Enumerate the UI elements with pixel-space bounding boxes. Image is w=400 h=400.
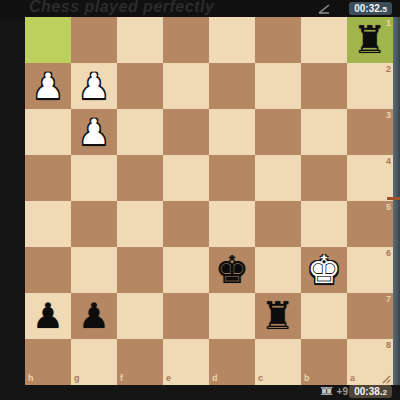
square-a7[interactable]: 7 — [347, 293, 393, 339]
square-c2[interactable] — [255, 63, 301, 109]
square-h5[interactable] — [25, 201, 71, 247]
file-label-b: b — [304, 374, 310, 383]
side-strip — [393, 17, 400, 385]
square-h6[interactable] — [25, 247, 71, 293]
white-clock: 00:32.5 — [349, 2, 392, 15]
square-g2[interactable]: ♟ — [71, 63, 117, 109]
square-b5[interactable] — [301, 201, 347, 247]
file-label-a: a — [350, 374, 355, 383]
square-g1[interactable] — [71, 17, 117, 63]
square-f8[interactable]: f — [117, 339, 163, 385]
piece-black-rook-a1[interactable]: ♜ — [347, 17, 393, 63]
square-e4[interactable] — [163, 155, 209, 201]
file-label-e: e — [166, 374, 171, 383]
square-h3[interactable] — [25, 109, 71, 155]
piece-white-pawn-h2[interactable]: ♟ — [25, 63, 71, 109]
square-b6[interactable]: ♚ — [301, 247, 347, 293]
square-b7[interactable] — [301, 293, 347, 339]
square-d1[interactable] — [209, 17, 255, 63]
rank-label-3: 3 — [386, 111, 391, 120]
square-f3[interactable] — [117, 109, 163, 155]
square-c1[interactable] — [255, 17, 301, 63]
square-a3[interactable]: 3 — [347, 109, 393, 155]
square-h4[interactable] — [25, 155, 71, 201]
rank-label-5: 5 — [386, 203, 391, 212]
rank-label-2: 2 — [386, 65, 391, 74]
material-score: +9 — [337, 386, 348, 398]
top-bar: Chess played perfectly 00:32.5 — [0, 0, 400, 17]
square-f2[interactable] — [117, 63, 163, 109]
square-c7[interactable]: ♜ — [255, 293, 301, 339]
square-g4[interactable] — [71, 155, 117, 201]
file-label-f: f — [120, 374, 123, 383]
square-e8[interactable]: e — [163, 339, 209, 385]
square-b1[interactable] — [301, 17, 347, 63]
square-e5[interactable] — [163, 201, 209, 247]
square-d5[interactable] — [209, 201, 255, 247]
white-clock-time: 00:32. — [354, 3, 382, 14]
square-d7[interactable] — [209, 293, 255, 339]
page-title: Chess played perfectly — [29, 0, 214, 16]
strip-marker[interactable] — [387, 197, 400, 200]
square-e7[interactable] — [163, 293, 209, 339]
square-g3[interactable]: ♟ — [71, 109, 117, 155]
square-d3[interactable] — [209, 109, 255, 155]
square-c4[interactable] — [255, 155, 301, 201]
square-c8[interactable]: c — [255, 339, 301, 385]
square-f6[interactable] — [117, 247, 163, 293]
square-g6[interactable] — [71, 247, 117, 293]
square-e6[interactable] — [163, 247, 209, 293]
board-resize-handle[interactable] — [380, 373, 391, 384]
square-h7[interactable]: ♟ — [25, 293, 71, 339]
square-h1[interactable] — [25, 17, 71, 63]
square-f4[interactable] — [117, 155, 163, 201]
white-clock-tenths: 5 — [383, 5, 387, 14]
piece-white-pawn-g3[interactable]: ♟ — [71, 109, 117, 155]
square-c5[interactable] — [255, 201, 301, 247]
black-clock: 00:38.2 — [349, 385, 392, 398]
square-e3[interactable] — [163, 109, 209, 155]
square-a5[interactable]: 5 — [347, 201, 393, 247]
file-label-h: h — [28, 374, 34, 383]
rank-label-6: 6 — [386, 249, 391, 258]
rank-label-7: 7 — [386, 295, 391, 304]
square-b3[interactable] — [301, 109, 347, 155]
file-label-g: g — [74, 374, 80, 383]
square-e2[interactable] — [163, 63, 209, 109]
square-b8[interactable]: b — [301, 339, 347, 385]
rank-label-8: 8 — [386, 341, 391, 350]
square-f5[interactable] — [117, 201, 163, 247]
square-a1[interactable]: 1♜ — [347, 17, 393, 63]
square-d4[interactable] — [209, 155, 255, 201]
square-h8[interactable]: h — [25, 339, 71, 385]
square-b2[interactable] — [301, 63, 347, 109]
piece-black-rook-c7[interactable]: ♜ — [255, 293, 301, 339]
square-d6[interactable]: ♚ — [209, 247, 255, 293]
piece-black-king-d6[interactable]: ♚ — [209, 247, 255, 293]
square-a2[interactable]: 2 — [347, 63, 393, 109]
square-d2[interactable] — [209, 63, 255, 109]
black-clock-tenths: 2 — [383, 388, 387, 397]
square-g8[interactable]: g — [71, 339, 117, 385]
square-g7[interactable]: ♟ — [71, 293, 117, 339]
chess-board[interactable]: 1♜♟♟2♟345♚♚6♟♟♜7hgfedcba8 — [25, 17, 393, 385]
black-clock-time: 00:38. — [354, 386, 382, 397]
square-h2[interactable]: ♟ — [25, 63, 71, 109]
piece-black-pawn-g7[interactable]: ♟ — [71, 293, 117, 339]
square-f7[interactable] — [117, 293, 163, 339]
square-a6[interactable]: 6 — [347, 247, 393, 293]
captured-rooks-icon: ♜♜ — [319, 386, 334, 398]
square-a4[interactable]: 4 — [347, 155, 393, 201]
square-e1[interactable] — [163, 17, 209, 63]
square-b4[interactable] — [301, 155, 347, 201]
file-label-d: d — [212, 374, 218, 383]
square-f1[interactable] — [117, 17, 163, 63]
bottom-bar: ♜♜ +9 00:38.2 — [0, 385, 400, 400]
rank-label-4: 4 — [386, 157, 391, 166]
file-label-c: c — [258, 374, 263, 383]
signal-icon — [318, 4, 330, 14]
square-c3[interactable] — [255, 109, 301, 155]
square-g5[interactable] — [71, 201, 117, 247]
piece-white-pawn-g2[interactable]: ♟ — [71, 63, 117, 109]
square-d8[interactable]: d — [209, 339, 255, 385]
square-c6[interactable] — [255, 247, 301, 293]
piece-white-king-b6[interactable]: ♚ — [301, 247, 347, 293]
piece-black-pawn-h7[interactable]: ♟ — [25, 293, 71, 339]
